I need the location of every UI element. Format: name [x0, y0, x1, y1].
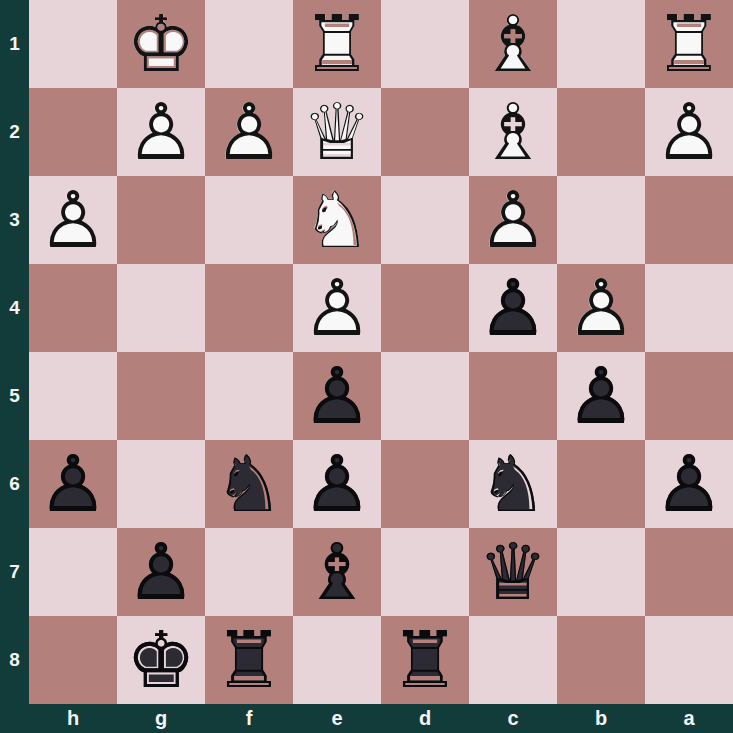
white-pawn-outline-icon: ♙: [29, 176, 117, 264]
square-b5[interactable]: ♟♙: [557, 352, 645, 440]
square-d4[interactable]: [381, 264, 469, 352]
white-pawn-piece[interactable]: ♟♙: [469, 176, 557, 264]
square-b8[interactable]: [557, 616, 645, 704]
black-bishop-piece[interactable]: ♝♗: [293, 528, 381, 616]
white-knight-piece[interactable]: ♞♘: [293, 176, 381, 264]
square-b4[interactable]: ♟♙: [557, 264, 645, 352]
square-b7[interactable]: [557, 528, 645, 616]
white-pawn-outline-icon: ♙: [117, 88, 205, 176]
black-knight-piece[interactable]: ♞♘: [469, 440, 557, 528]
white-pawn-outline-icon: ♙: [557, 264, 645, 352]
square-g1[interactable]: ♚♔: [117, 0, 205, 88]
square-e2[interactable]: ♛♕: [293, 88, 381, 176]
rank-label-3: 3: [0, 176, 29, 264]
file-label-h: h: [29, 704, 117, 733]
white-bishop-piece[interactable]: ♝♗: [469, 0, 557, 88]
square-d3[interactable]: [381, 176, 469, 264]
square-c1[interactable]: ♝♗: [469, 0, 557, 88]
square-c8[interactable]: [469, 616, 557, 704]
black-rook-piece[interactable]: ♜♖: [381, 616, 469, 704]
black-queen-piece[interactable]: ♛♕: [469, 528, 557, 616]
rank-label-1: 1: [0, 0, 29, 88]
square-f2[interactable]: ♟♙: [205, 88, 293, 176]
square-c7[interactable]: ♛♕: [469, 528, 557, 616]
square-h7[interactable]: [29, 528, 117, 616]
square-f6[interactable]: ♞♘: [205, 440, 293, 528]
black-king-outline-icon: ♔: [117, 616, 205, 704]
square-a7[interactable]: [645, 528, 733, 616]
white-pawn-piece[interactable]: ♟♙: [29, 176, 117, 264]
file-label-a: a: [645, 704, 733, 733]
black-pawn-outline-icon: ♙: [293, 440, 381, 528]
square-e6[interactable]: ♟♙: [293, 440, 381, 528]
black-pawn-piece[interactable]: ♟♙: [557, 352, 645, 440]
square-c5[interactable]: [469, 352, 557, 440]
file-label-d: d: [381, 704, 469, 733]
white-bishop-outline-icon: ♗: [469, 0, 557, 88]
square-b2[interactable]: [557, 88, 645, 176]
rank-labels: 12345678: [0, 0, 29, 704]
file-label-g: g: [117, 704, 205, 733]
square-g2[interactable]: ♟♙: [117, 88, 205, 176]
black-rook-outline-icon: ♖: [381, 616, 469, 704]
white-pawn-outline-icon: ♙: [469, 176, 557, 264]
white-queen-piece[interactable]: ♛♕: [293, 88, 381, 176]
rank-label-2: 2: [0, 88, 29, 176]
black-pawn-outline-icon: ♙: [557, 352, 645, 440]
square-b1[interactable]: [557, 0, 645, 88]
square-b6[interactable]: [557, 440, 645, 528]
square-e7[interactable]: ♝♗: [293, 528, 381, 616]
square-g5[interactable]: [117, 352, 205, 440]
black-pawn-piece[interactable]: ♟♙: [645, 440, 733, 528]
file-label-c: c: [469, 704, 557, 733]
square-g4[interactable]: [117, 264, 205, 352]
white-pawn-piece[interactable]: ♟♙: [293, 264, 381, 352]
black-pawn-outline-icon: ♙: [645, 440, 733, 528]
white-king-piece[interactable]: ♚♔: [117, 0, 205, 88]
square-f4[interactable]: [205, 264, 293, 352]
white-queen-outline-icon: ♕: [293, 88, 381, 176]
file-label-e: e: [293, 704, 381, 733]
black-pawn-piece[interactable]: ♟♙: [117, 528, 205, 616]
square-c4[interactable]: ♟♙: [469, 264, 557, 352]
black-rook-outline-icon: ♖: [205, 616, 293, 704]
square-a1[interactable]: ♜♖: [645, 0, 733, 88]
square-e5[interactable]: ♟♙: [293, 352, 381, 440]
white-king-outline-icon: ♔: [117, 0, 205, 88]
black-king-piece[interactable]: ♚♔: [117, 616, 205, 704]
square-g7[interactable]: ♟♙: [117, 528, 205, 616]
square-f5[interactable]: [205, 352, 293, 440]
square-h8[interactable]: [29, 616, 117, 704]
white-pawn-piece[interactable]: ♟♙: [205, 88, 293, 176]
black-knight-outline-icon: ♘: [469, 440, 557, 528]
square-g8[interactable]: ♚♔: [117, 616, 205, 704]
file-label-f: f: [205, 704, 293, 733]
square-e3[interactable]: ♞♘: [293, 176, 381, 264]
square-h6[interactable]: ♟♙: [29, 440, 117, 528]
square-c6[interactable]: ♞♘: [469, 440, 557, 528]
square-e4[interactable]: ♟♙: [293, 264, 381, 352]
square-g3[interactable]: [117, 176, 205, 264]
square-d5[interactable]: [381, 352, 469, 440]
black-bishop-outline-icon: ♗: [293, 528, 381, 616]
square-a5[interactable]: [645, 352, 733, 440]
board-grid: ♚♔♜♖♝♗♜♖♟♙♟♙♛♕♝♗♟♙♟♙♞♘♟♙♟♙♟♙♟♙♟♙♟♙♟♙♞♘♟♙…: [29, 0, 733, 704]
square-f1[interactable]: [205, 0, 293, 88]
rank-label-4: 4: [0, 264, 29, 352]
rank-label-8: 8: [0, 616, 29, 704]
white-pawn-piece[interactable]: ♟♙: [645, 88, 733, 176]
white-rook-piece[interactable]: ♜♖: [645, 0, 733, 88]
rank-label-6: 6: [0, 440, 29, 528]
white-pawn-piece[interactable]: ♟♙: [117, 88, 205, 176]
rank-label-7: 7: [0, 528, 29, 616]
white-pawn-outline-icon: ♙: [645, 88, 733, 176]
square-g6[interactable]: [117, 440, 205, 528]
square-f8[interactable]: ♜♖: [205, 616, 293, 704]
black-knight-outline-icon: ♘: [205, 440, 293, 528]
black-pawn-piece[interactable]: ♟♙: [293, 352, 381, 440]
square-d6[interactable]: [381, 440, 469, 528]
square-a4[interactable]: [645, 264, 733, 352]
black-pawn-outline-icon: ♙: [117, 528, 205, 616]
square-d2[interactable]: [381, 88, 469, 176]
black-pawn-piece[interactable]: ♟♙: [29, 440, 117, 528]
black-pawn-outline-icon: ♙: [29, 440, 117, 528]
white-bishop-piece[interactable]: ♝♗: [469, 88, 557, 176]
square-e8[interactable]: [293, 616, 381, 704]
white-pawn-outline-icon: ♙: [293, 264, 381, 352]
square-a6[interactable]: ♟♙: [645, 440, 733, 528]
square-a8[interactable]: [645, 616, 733, 704]
square-a3[interactable]: [645, 176, 733, 264]
square-h3[interactable]: ♟♙: [29, 176, 117, 264]
square-h4[interactable]: [29, 264, 117, 352]
square-f7[interactable]: [205, 528, 293, 616]
square-d7[interactable]: [381, 528, 469, 616]
chessboard: 12345678 ♚♔♜♖♝♗♜♖♟♙♟♙♛♕♝♗♟♙♟♙♞♘♟♙♟♙♟♙♟♙♟…: [0, 0, 733, 733]
square-h2[interactable]: [29, 88, 117, 176]
square-e1[interactable]: ♜♖: [293, 0, 381, 88]
square-a2[interactable]: ♟♙: [645, 88, 733, 176]
square-d8[interactable]: ♜♖: [381, 616, 469, 704]
square-f3[interactable]: [205, 176, 293, 264]
square-c2[interactable]: ♝♗: [469, 88, 557, 176]
square-b3[interactable]: [557, 176, 645, 264]
square-h1[interactable]: [29, 0, 117, 88]
white-rook-outline-icon: ♖: [645, 0, 733, 88]
white-pawn-outline-icon: ♙: [205, 88, 293, 176]
black-pawn-piece[interactable]: ♟♙: [469, 264, 557, 352]
white-knight-outline-icon: ♘: [293, 176, 381, 264]
black-pawn-outline-icon: ♙: [469, 264, 557, 352]
file-label-b: b: [557, 704, 645, 733]
rank-label-5: 5: [0, 352, 29, 440]
white-rook-outline-icon: ♖: [293, 0, 381, 88]
white-bishop-outline-icon: ♗: [469, 88, 557, 176]
black-pawn-piece[interactable]: ♟♙: [293, 440, 381, 528]
black-rook-piece[interactable]: ♜♖: [205, 616, 293, 704]
white-rook-piece[interactable]: ♜♖: [293, 0, 381, 88]
square-c3[interactable]: ♟♙: [469, 176, 557, 264]
black-knight-piece[interactable]: ♞♘: [205, 440, 293, 528]
black-queen-outline-icon: ♕: [469, 528, 557, 616]
square-d1[interactable]: [381, 0, 469, 88]
white-pawn-piece[interactable]: ♟♙: [557, 264, 645, 352]
file-labels: hgfedcba: [29, 704, 733, 733]
black-pawn-outline-icon: ♙: [293, 352, 381, 440]
square-h5[interactable]: [29, 352, 117, 440]
